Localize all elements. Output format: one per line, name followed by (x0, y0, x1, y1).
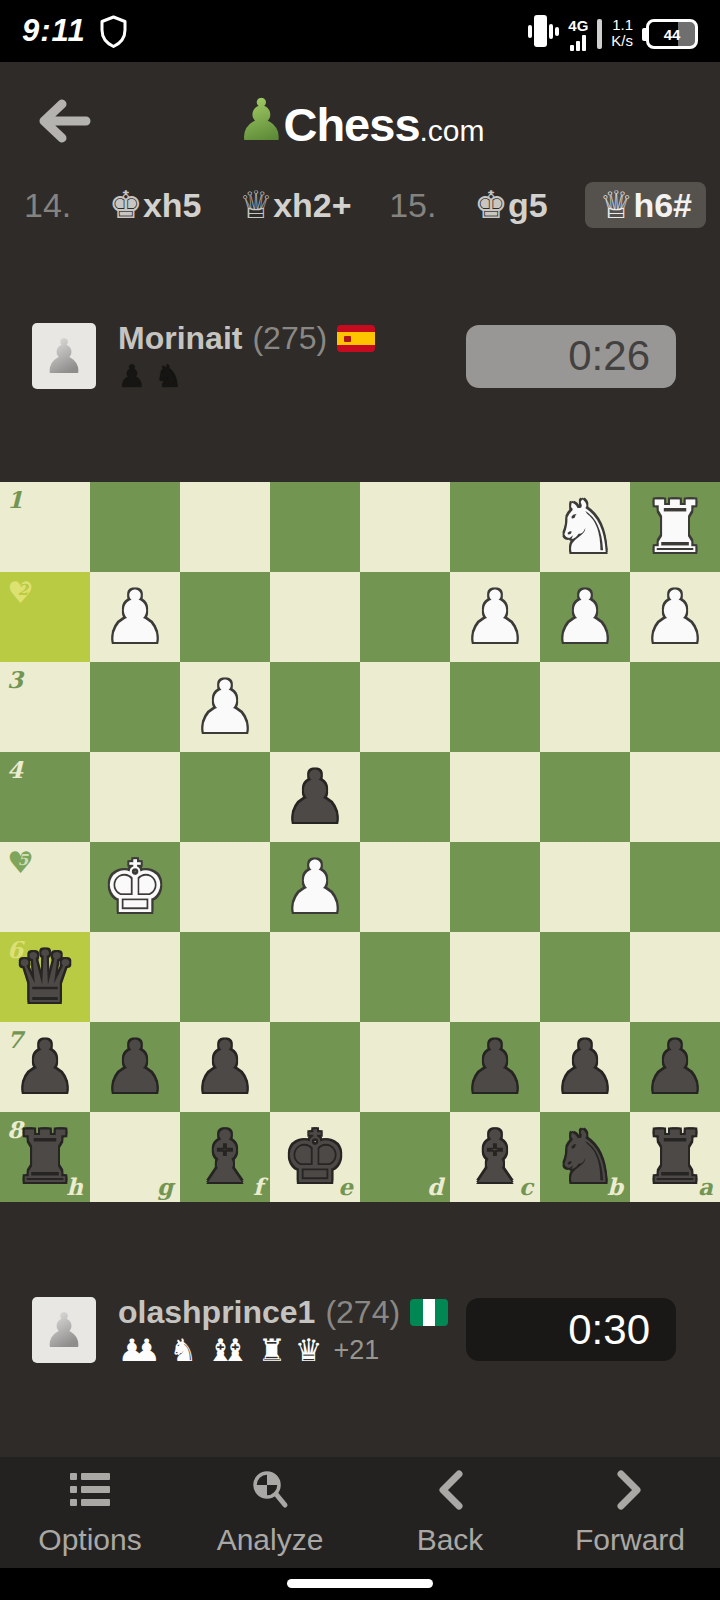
captured-piece-icon: ♞ (170, 1335, 198, 1366)
square-h2[interactable]: ♥2 (0, 572, 90, 662)
avatar[interactable]: ♟ (32, 1297, 96, 1363)
square-d5[interactable] (360, 842, 450, 932)
player-rating: (274) (325, 1294, 400, 1331)
square-a2[interactable]: ♟ (630, 572, 720, 662)
chesscom-logo: ♟ Chess .com (235, 93, 484, 148)
square-d3[interactable] (360, 662, 450, 752)
white-rook-a1[interactable]: ♜ (630, 482, 720, 572)
square-e4[interactable]: ♟ (270, 752, 360, 842)
nav-label: Forward (575, 1523, 685, 1557)
move-list: 14.♚xh5♕xh2+15.♚g5♕h6# (0, 180, 720, 230)
battery-icon: 44 (642, 19, 698, 49)
square-c3[interactable] (450, 662, 540, 752)
heart-icon: ♥2 (7, 578, 39, 608)
piece-figurine-icon: ♕ (599, 186, 633, 224)
signal-bar-icon (597, 19, 602, 49)
logo-text: Chess (283, 102, 419, 149)
square-d8[interactable]: d (360, 1112, 450, 1202)
logo-pawn-icon: ♟ (235, 93, 287, 148)
captured-piece-icon: ♜ (258, 1335, 286, 1366)
move-san: xh2+ (273, 186, 351, 225)
white-pawn-c2[interactable]: ♟ (450, 572, 540, 662)
logo-suffix: .com (420, 117, 485, 147)
rank-label: 4 (7, 758, 23, 781)
player-panel: ♟ olashprince1 (274) ♟♟♞♝♝♜♛+21 0:30 (0, 1202, 720, 1457)
player-name[interactable]: olashprince1 (118, 1294, 315, 1331)
list-icon (69, 1469, 111, 1511)
square-d4[interactable] (360, 752, 450, 842)
square-a6[interactable] (630, 932, 720, 1022)
signal-icon: 4G (568, 18, 588, 51)
black-pawn-c7[interactable]: ♟ (450, 1022, 540, 1112)
square-g7[interactable]: ♟ (90, 1022, 180, 1112)
spain-flag-icon (337, 325, 375, 352)
square-a3[interactable] (630, 662, 720, 752)
app-header: ♟ Chess .com (0, 62, 720, 180)
black-pawn-h7[interactable]: ♟ (0, 1022, 90, 1112)
square-g2[interactable]: ♟ (90, 572, 180, 662)
square-b7[interactable]: ♟ (540, 1022, 630, 1112)
square-c2[interactable]: ♟ (450, 572, 540, 662)
nigeria-flag-icon (410, 1299, 448, 1326)
move-san: h6# (633, 186, 692, 225)
piece-figurine-icon: ♕ (239, 186, 273, 224)
status-bar: 9:11 4G 1.1 K/s 44 (0, 0, 720, 62)
nav-analyze-button[interactable]: Analyze (180, 1457, 360, 1568)
square-a7[interactable]: ♟ (630, 1022, 720, 1112)
player-name[interactable]: Morinait (118, 320, 242, 357)
shield-icon (100, 15, 127, 48)
move[interactable]: ♚g5 (474, 186, 548, 225)
network-speed: 1.1 K/s (611, 17, 633, 49)
move-number: 15. (389, 186, 436, 225)
move-san: xh5 (143, 186, 202, 225)
white-pawn-g2[interactable]: ♟ (90, 572, 180, 662)
square-f6[interactable] (180, 932, 270, 1022)
back-arrow-icon[interactable] (30, 92, 98, 150)
square-f3[interactable]: ♟ (180, 662, 270, 752)
chevron-right-icon (615, 1469, 645, 1511)
square-d1[interactable] (360, 482, 450, 572)
analyze-icon (249, 1469, 291, 1511)
avatar[interactable]: ♟ (32, 323, 96, 389)
captured-piece-icon: ♛ (295, 1335, 323, 1366)
square-e3[interactable] (270, 662, 360, 752)
file-label: d (427, 1175, 443, 1198)
move[interactable]: ♚xh5 (109, 186, 202, 225)
square-h3[interactable]: 3 (0, 662, 90, 752)
square-b5[interactable] (540, 842, 630, 932)
piece-figurine-icon: ♚ (474, 186, 508, 224)
square-e2[interactable] (270, 572, 360, 662)
square-b6[interactable] (540, 932, 630, 1022)
square-h4[interactable]: 4 (0, 752, 90, 842)
black-queen-h6[interactable]: ♛ (0, 932, 90, 1022)
square-h5[interactable]: ♥5 (0, 842, 90, 932)
avatar-pawn-icon: ♟ (42, 332, 85, 380)
opponent-panel: ♟ Morinait (275) ♟♞ 0:26 (0, 230, 720, 482)
square-g5[interactable]: ♚ (90, 842, 180, 932)
chevron-left-icon (435, 1469, 465, 1511)
square-g3[interactable] (90, 662, 180, 752)
square-g6[interactable] (90, 932, 180, 1022)
square-f7[interactable]: ♟ (180, 1022, 270, 1112)
clock-time: 9:11 (22, 13, 86, 49)
nav-options-button[interactable]: Options (0, 1457, 180, 1568)
avatar-pawn-icon: ♟ (42, 1306, 85, 1354)
square-c8[interactable]: c♝ (450, 1112, 540, 1202)
white-king-g5[interactable]: ♚ (90, 842, 180, 932)
chess-board: 1♞♜♥2♟♟♟♟3♟4♟♥5♚♟6♛7♟♟♟♟♟♟8h♜gf♝e♚dc♝b♞a… (0, 482, 720, 1202)
square-h6[interactable]: 6♛ (0, 932, 90, 1022)
square-h7[interactable]: 7♟ (0, 1022, 90, 1112)
square-h1[interactable]: 1 (0, 482, 90, 572)
white-pawn-e5[interactable]: ♟ (270, 842, 360, 932)
current-move[interactable]: ♕h6# (585, 182, 706, 228)
piece-figurine-icon: ♚ (109, 186, 143, 224)
white-pawn-b2[interactable]: ♟ (540, 572, 630, 662)
square-c4[interactable] (450, 752, 540, 842)
home-indicator[interactable] (287, 1579, 433, 1588)
square-c6[interactable] (450, 932, 540, 1022)
black-pawn-e4[interactable]: ♟ (270, 752, 360, 842)
black-rook-a8[interactable]: ♜ (630, 1112, 720, 1202)
square-c7[interactable]: ♟ (450, 1022, 540, 1112)
player-rating: (275) (252, 320, 327, 357)
black-pawn-f7[interactable]: ♟ (180, 1022, 270, 1112)
square-f4[interactable] (180, 752, 270, 842)
square-b8[interactable]: b♞ (540, 1112, 630, 1202)
move[interactable]: ♕xh2+ (239, 186, 352, 225)
square-h8[interactable]: 8h♜ (0, 1112, 90, 1202)
black-pawn-b7[interactable]: ♟ (540, 1022, 630, 1112)
square-e5[interactable]: ♟ (270, 842, 360, 932)
square-a1[interactable]: ♜ (630, 482, 720, 572)
nav-forward-button[interactable]: Forward (540, 1457, 720, 1568)
square-b1[interactable]: ♞ (540, 482, 630, 572)
black-bishop-c8[interactable]: ♝ (450, 1112, 540, 1202)
nav-label: Back (417, 1523, 484, 1557)
captured-piece-icon: ♝♝ (206, 1335, 249, 1366)
black-rook-h8[interactable]: ♜ (0, 1112, 90, 1202)
captured-piece-icon: ♟ (118, 361, 146, 392)
square-e1[interactable] (270, 482, 360, 572)
square-c5[interactable] (450, 842, 540, 932)
square-f2[interactable] (180, 572, 270, 662)
square-a8[interactable]: a♜ (630, 1112, 720, 1202)
square-e7[interactable] (270, 1022, 360, 1112)
black-king-e8[interactable]: ♚ (270, 1112, 360, 1202)
nav-back-button[interactable]: Back (360, 1457, 540, 1568)
black-bishop-f8[interactable]: ♝ (180, 1112, 270, 1202)
status-icons: 4G 1.1 K/s 44 (528, 11, 698, 51)
white-clock: 0:26 (466, 325, 676, 388)
square-b4[interactable] (540, 752, 630, 842)
captured-piece-icon: ♟♟ (118, 1335, 161, 1366)
nav-label: Options (38, 1523, 141, 1557)
rank-label: ♥2 (7, 578, 39, 608)
square-g1[interactable] (90, 482, 180, 572)
square-d7[interactable] (360, 1022, 450, 1112)
vibrate-icon (528, 11, 559, 51)
nav-label: Analyze (217, 1523, 324, 1557)
square-b2[interactable]: ♟ (540, 572, 630, 662)
black-knight-b8[interactable]: ♞ (540, 1112, 630, 1202)
move-number: 14. (24, 186, 71, 225)
square-a4[interactable] (630, 752, 720, 842)
square-f8[interactable]: f♝ (180, 1112, 270, 1202)
square-e8[interactable]: e♚ (270, 1112, 360, 1202)
rank-label: ♥5 (7, 848, 39, 878)
square-f1[interactable] (180, 482, 270, 572)
file-label: g (157, 1175, 173, 1198)
black-clock: 0:30 (466, 1298, 676, 1361)
black-pawn-a7[interactable]: ♟ (630, 1022, 720, 1112)
black-pawn-g7[interactable]: ♟ (90, 1022, 180, 1112)
white-pawn-f3[interactable]: ♟ (180, 662, 270, 752)
material-advantage: +21 (334, 1335, 380, 1366)
square-f5[interactable] (180, 842, 270, 932)
captured-piece-icon: ♞ (155, 361, 183, 392)
square-d6[interactable] (360, 932, 450, 1022)
gesture-bar (0, 1568, 720, 1600)
square-e6[interactable] (270, 932, 360, 1022)
chess-app-screen: 9:11 4G 1.1 K/s 44 (0, 0, 720, 1600)
square-g4[interactable] (90, 752, 180, 842)
white-pawn-a2[interactable]: ♟ (630, 572, 720, 662)
square-c1[interactable] (450, 482, 540, 572)
bottom-nav-bar: OptionsAnalyzeBackForward (0, 1457, 720, 1568)
battery-level: 44 (664, 26, 681, 43)
rank-label: 1 (7, 488, 23, 511)
captured-pieces: ♟♟♞♝♝♜♛+21 (118, 1335, 448, 1366)
rank-label: 3 (7, 668, 23, 691)
square-a5[interactable] (630, 842, 720, 932)
square-b3[interactable] (540, 662, 630, 752)
heart-icon: ♥5 (7, 848, 39, 878)
white-knight-b1[interactable]: ♞ (540, 482, 630, 572)
move-san: g5 (508, 186, 548, 225)
square-d2[interactable] (360, 572, 450, 662)
captured-pieces: ♟♞ (118, 361, 375, 392)
square-g8[interactable]: g (90, 1112, 180, 1202)
